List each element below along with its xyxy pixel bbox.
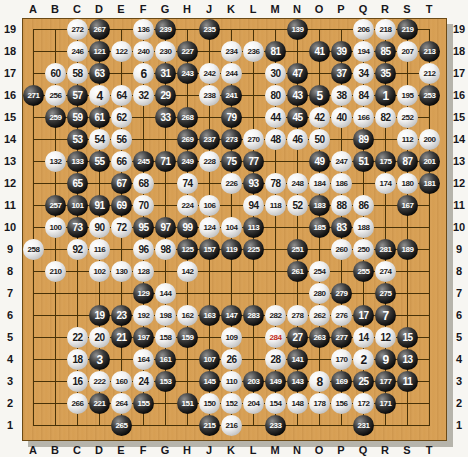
stone-F8: 128 [133, 261, 154, 282]
stone-M4: 28 [265, 349, 286, 370]
coord-label-left-19: 19 [4, 23, 16, 35]
stone-Q9: 250 [353, 239, 374, 260]
stone-S14: 112 [397, 129, 418, 150]
stone-F9: 96 [133, 239, 154, 260]
stone-R17: 35 [375, 63, 396, 84]
stone-L12: 93 [243, 173, 264, 194]
stone-R15: 82 [375, 107, 396, 128]
coord-label-left-12: 12 [4, 177, 16, 189]
stone-K6: 147 [221, 305, 242, 326]
coord-label-left-7: 7 [7, 287, 13, 299]
stone-S3: 11 [397, 371, 418, 392]
stone-J14: 237 [199, 129, 220, 150]
coord-label-bottom-B: B [51, 444, 59, 456]
stone-F5: 197 [133, 327, 154, 348]
stone-M12: 78 [265, 173, 286, 194]
stone-D17: 63 [89, 63, 110, 84]
coord-label-left-18: 18 [4, 45, 16, 57]
coord-label-right-4: 4 [456, 353, 462, 365]
stone-D11: 91 [89, 195, 110, 216]
stone-P9: 260 [331, 239, 352, 260]
stone-G9: 98 [155, 239, 176, 260]
stone-J3: 145 [199, 371, 220, 392]
stone-B8: 210 [45, 261, 66, 282]
stone-R3: 177 [375, 371, 396, 392]
stone-T14: 200 [419, 129, 440, 150]
stone-H2: 151 [177, 393, 198, 414]
coord-label-right-1: 1 [456, 419, 462, 431]
stone-C15: 59 [67, 107, 88, 128]
stone-H9: 125 [177, 239, 198, 260]
coord-label-right-12: 12 [453, 177, 465, 189]
stone-Q2: 172 [353, 393, 374, 414]
stone-G3: 153 [155, 371, 176, 392]
stone-M14: 48 [265, 129, 286, 150]
stone-H14: 269 [177, 129, 198, 150]
stone-B17: 60 [45, 63, 66, 84]
stone-P4: 170 [331, 349, 352, 370]
grid-line-h [33, 293, 430, 294]
stone-P7: 279 [331, 283, 352, 304]
stone-O10: 185 [309, 217, 330, 238]
stone-K2: 152 [221, 393, 242, 414]
coord-label-left-14: 14 [4, 133, 16, 145]
coord-label-left-11: 11 [4, 199, 16, 211]
coord-label-top-R: R [381, 3, 389, 15]
stone-F7: 129 [133, 283, 154, 304]
coord-label-bottom-T: T [426, 444, 433, 456]
stone-C18: 246 [67, 41, 88, 62]
coord-label-right-11: 11 [453, 199, 465, 211]
stone-S9: 189 [397, 239, 418, 260]
stone-Q11: 86 [353, 195, 374, 216]
stone-F13: 245 [133, 151, 154, 172]
stone-Q8: 255 [353, 261, 374, 282]
stone-D10: 90 [89, 217, 110, 238]
stone-D19: 267 [89, 19, 110, 40]
stone-Q10: 188 [353, 217, 374, 238]
stone-E1: 265 [111, 415, 132, 436]
stone-G5: 158 [155, 327, 176, 348]
stone-H18: 227 [177, 41, 198, 62]
stone-P11: 88 [331, 195, 352, 216]
coord-label-bottom-K: K [227, 444, 235, 456]
stone-O18: 41 [309, 41, 330, 62]
stone-O15: 42 [309, 107, 330, 128]
stone-K1: 216 [221, 415, 242, 436]
stone-H8: 142 [177, 261, 198, 282]
stone-D16: 4 [89, 85, 110, 106]
stone-J11: 106 [199, 195, 220, 216]
stone-D2: 221 [89, 393, 110, 414]
coord-label-right-9: 9 [456, 243, 462, 255]
stone-G6: 198 [155, 305, 176, 326]
coord-label-bottom-E: E [117, 444, 124, 456]
stone-B10: 100 [45, 217, 66, 238]
stone-J17: 242 [199, 63, 220, 84]
coord-label-bottom-A: A [29, 444, 37, 456]
stone-K9: 119 [221, 239, 242, 260]
stone-L6: 283 [243, 305, 264, 326]
stone-E5: 21 [111, 327, 132, 348]
stone-E8: 130 [111, 261, 132, 282]
coord-label-bottom-P: P [337, 444, 344, 456]
stone-M1: 233 [265, 415, 286, 436]
stone-L18: 236 [243, 41, 264, 62]
stone-K13: 75 [221, 151, 242, 172]
stone-C19: 272 [67, 19, 88, 40]
stone-R19: 218 [375, 19, 396, 40]
stone-K14: 273 [221, 129, 242, 150]
stone-O2: 178 [309, 393, 330, 414]
coord-label-left-10: 10 [4, 221, 16, 233]
stone-P12: 186 [331, 173, 352, 194]
coord-label-bottom-R: R [381, 444, 389, 456]
stone-Q4: 2 [353, 349, 374, 370]
stone-O16: 5 [309, 85, 330, 106]
coord-label-right-7: 7 [456, 287, 462, 299]
stone-N4: 141 [287, 349, 308, 370]
stone-E6: 23 [111, 305, 132, 326]
coord-label-right-3: 3 [456, 375, 462, 387]
stone-J4: 107 [199, 349, 220, 370]
stone-P10: 83 [331, 217, 352, 238]
stone-T13: 201 [419, 151, 440, 172]
stone-B16: 256 [45, 85, 66, 106]
stone-N15: 45 [287, 107, 308, 128]
stone-A9: 258 [23, 239, 44, 260]
stone-J10: 124 [199, 217, 220, 238]
stone-H10: 99 [177, 217, 198, 238]
stone-M16: 80 [265, 85, 286, 106]
stone-E13: 66 [111, 151, 132, 172]
stone-C17: 58 [67, 63, 88, 84]
coord-label-left-16: 16 [4, 89, 16, 101]
stone-P17: 37 [331, 63, 352, 84]
stone-K18: 234 [221, 41, 242, 62]
stone-K10: 104 [221, 217, 242, 238]
stone-Q17: 34 [353, 63, 374, 84]
coord-label-left-8: 8 [7, 265, 13, 277]
stone-B15: 259 [45, 107, 66, 128]
stone-F16: 32 [133, 85, 154, 106]
coord-label-bottom-H: H [183, 444, 191, 456]
stone-Q16: 84 [353, 85, 374, 106]
stone-O14: 50 [309, 129, 330, 150]
stone-N9: 251 [287, 239, 308, 260]
stone-Q6: 17 [353, 305, 374, 326]
stone-K15: 79 [221, 107, 242, 128]
coord-label-bottom-Q: Q [359, 444, 368, 456]
stone-E16: 64 [111, 85, 132, 106]
stone-K5: 109 [221, 327, 242, 348]
coord-label-bottom-N: N [293, 444, 301, 456]
coord-label-left-2: 2 [7, 397, 13, 409]
stone-N19: 139 [287, 19, 308, 40]
stone-R8: 274 [375, 261, 396, 282]
coord-label-right-5: 5 [456, 331, 462, 343]
stone-G18: 230 [155, 41, 176, 62]
coord-label-top-F: F [140, 3, 147, 15]
coord-label-top-G: G [161, 3, 170, 15]
stone-S15: 252 [397, 107, 418, 128]
stone-J9: 157 [199, 239, 220, 260]
stone-N16: 43 [287, 85, 308, 106]
stone-E2: 264 [111, 393, 132, 414]
coord-label-top-D: D [95, 3, 103, 15]
coord-label-bottom-D: D [95, 444, 103, 456]
coord-label-top-B: B [51, 3, 59, 15]
stone-E18: 122 [111, 41, 132, 62]
stone-K17: 244 [221, 63, 242, 84]
stone-P16: 38 [331, 85, 352, 106]
stone-O3: 8 [309, 371, 330, 392]
stone-P2: 156 [331, 393, 352, 414]
stone-F19: 136 [133, 19, 154, 40]
stone-C16: 57 [67, 85, 88, 106]
stone-Q14: 89 [353, 129, 374, 150]
stone-F17: 6 [133, 63, 154, 84]
coord-label-right-18: 18 [453, 45, 465, 57]
stone-F3: 24 [133, 371, 154, 392]
stone-E14: 56 [111, 129, 132, 150]
coord-label-right-14: 14 [453, 133, 465, 145]
coord-label-left-9: 9 [7, 243, 13, 255]
stone-R4: 9 [375, 349, 396, 370]
stone-K12: 226 [221, 173, 242, 194]
stone-F12: 68 [133, 173, 154, 194]
coord-label-left-6: 6 [7, 309, 13, 321]
stone-B11: 257 [45, 195, 66, 216]
stone-N2: 148 [287, 393, 308, 414]
stone-L10: 113 [243, 217, 264, 238]
coord-label-top-C: C [73, 3, 81, 15]
stone-D15: 61 [89, 107, 110, 128]
stone-G13: 71 [155, 151, 176, 172]
stone-D13: 55 [89, 151, 110, 172]
stone-R7: 275 [375, 283, 396, 304]
stone-M11: 118 [265, 195, 286, 216]
coord-label-top-E: E [117, 3, 124, 15]
stone-T18: 213 [419, 41, 440, 62]
coord-label-left-17: 17 [4, 67, 16, 79]
stone-C12: 65 [67, 173, 88, 194]
stone-C11: 101 [67, 195, 88, 216]
stone-M18: 81 [265, 41, 286, 62]
coord-label-bottom-C: C [73, 444, 81, 456]
stone-D3: 222 [89, 371, 110, 392]
stone-M6: 282 [265, 305, 286, 326]
stone-S19: 219 [397, 19, 418, 40]
coord-label-right-2: 2 [456, 397, 462, 409]
stone-L11: 94 [243, 195, 264, 216]
stone-F11: 70 [133, 195, 154, 216]
stone-L9: 225 [243, 239, 264, 260]
stone-T12: 181 [419, 173, 440, 194]
stone-Q15: 166 [353, 107, 374, 128]
stone-R5: 12 [375, 327, 396, 348]
coord-label-top-H: H [183, 3, 191, 15]
stone-T17: 212 [419, 63, 440, 84]
stone-C13: 133 [67, 151, 88, 172]
coord-label-right-13: 13 [453, 155, 465, 167]
stone-F2: 155 [133, 393, 154, 414]
coord-label-right-19: 19 [453, 23, 465, 35]
stone-S16: 195 [397, 85, 418, 106]
stone-S18: 207 [397, 41, 418, 62]
stone-T16: 253 [419, 85, 440, 106]
stone-J6: 163 [199, 305, 220, 326]
stone-D18: 121 [89, 41, 110, 62]
stone-E11: 69 [111, 195, 132, 216]
stone-H17: 243 [177, 63, 198, 84]
stone-L14: 270 [243, 129, 264, 150]
stone-H5: 159 [177, 327, 198, 348]
stone-Q19: 206 [353, 19, 374, 40]
stone-C2: 266 [67, 393, 88, 414]
stone-M3: 149 [265, 371, 286, 392]
stone-O13: 49 [309, 151, 330, 172]
stone-J13: 228 [199, 151, 220, 172]
coord-label-left-1: 1 [7, 419, 13, 431]
coord-label-right-15: 15 [453, 111, 465, 123]
stone-G7: 144 [155, 283, 176, 304]
stone-D5: 20 [89, 327, 110, 348]
coord-label-top-Q: Q [359, 3, 368, 15]
stone-S5: 15 [397, 327, 418, 348]
coord-label-top-S: S [403, 3, 410, 15]
coord-label-bottom-S: S [403, 444, 410, 456]
coord-label-right-17: 17 [453, 67, 465, 79]
stone-G15: 33 [155, 107, 176, 128]
stone-P15: 40 [331, 107, 352, 128]
stone-C4: 18 [67, 349, 88, 370]
coord-label-top-J: J [206, 3, 212, 15]
stone-S4: 13 [397, 349, 418, 370]
stone-G19: 239 [155, 19, 176, 40]
coord-label-top-T: T [426, 3, 433, 15]
stone-D6: 19 [89, 305, 110, 326]
stone-O5: 263 [309, 327, 330, 348]
coord-label-right-8: 8 [456, 265, 462, 277]
stone-N3: 143 [287, 371, 308, 392]
stone-Q3: 25 [353, 371, 374, 392]
coord-label-top-L: L [250, 3, 257, 15]
stone-E10: 72 [111, 217, 132, 238]
stone-J2: 150 [199, 393, 220, 414]
stone-H15: 268 [177, 107, 198, 128]
coord-label-top-M: M [270, 3, 279, 15]
coord-label-top-P: P [337, 3, 344, 15]
stone-M2: 154 [265, 393, 286, 414]
stone-J19: 235 [199, 19, 220, 40]
coord-label-bottom-J: J [206, 444, 212, 456]
stone-F18: 240 [133, 41, 154, 62]
stone-R18: 85 [375, 41, 396, 62]
stone-R9: 281 [375, 239, 396, 260]
stone-R13: 175 [375, 151, 396, 172]
stone-O6: 262 [309, 305, 330, 326]
stone-Q13: 51 [353, 151, 374, 172]
coord-label-top-K: K [227, 3, 235, 15]
coord-label-bottom-F: F [140, 444, 147, 456]
stone-H6: 162 [177, 305, 198, 326]
stone-G4: 161 [155, 349, 176, 370]
stone-D9: 116 [89, 239, 110, 260]
stone-N17: 47 [287, 63, 308, 84]
stone-E12: 67 [111, 173, 132, 194]
stone-Q5: 14 [353, 327, 374, 348]
stone-R16: 1 [375, 85, 396, 106]
stone-N12: 248 [287, 173, 308, 194]
coord-label-top-N: N [293, 3, 301, 15]
stone-H13: 249 [177, 151, 198, 172]
stone-L13: 77 [243, 151, 264, 172]
stone-A16: 271 [23, 85, 44, 106]
coord-label-left-15: 15 [4, 111, 16, 123]
stone-E3: 160 [111, 371, 132, 392]
stone-F4: 164 [133, 349, 154, 370]
stone-O8: 254 [309, 261, 330, 282]
stone-G16: 29 [155, 85, 176, 106]
stone-F6: 192 [133, 305, 154, 326]
stone-D14: 54 [89, 129, 110, 150]
stone-C10: 73 [67, 217, 88, 238]
stone-E15: 62 [111, 107, 132, 128]
stone-C9: 92 [67, 239, 88, 260]
stone-N6: 278 [287, 305, 308, 326]
stone-C3: 16 [67, 371, 88, 392]
stone-L3: 203 [243, 371, 264, 392]
stone-N8: 261 [287, 261, 308, 282]
stone-Q1: 231 [353, 415, 374, 436]
stone-D4: 3 [89, 349, 110, 370]
stone-C14: 53 [67, 129, 88, 150]
stone-P18: 39 [331, 41, 352, 62]
stone-M17: 30 [265, 63, 286, 84]
stone-M15: 44 [265, 107, 286, 128]
stone-C5: 22 [67, 327, 88, 348]
stone-S11: 167 [397, 195, 418, 216]
stone-G17: 31 [155, 63, 176, 84]
stone-P3: 169 [331, 371, 352, 392]
stone-R6: 7 [375, 305, 396, 326]
stone-H12: 74 [177, 173, 198, 194]
stone-L2: 204 [243, 393, 264, 414]
coord-label-right-16: 16 [453, 89, 465, 101]
coord-label-top-A: A [29, 3, 37, 15]
stone-N5: 27 [287, 327, 308, 348]
stone-N14: 46 [287, 129, 308, 150]
stone-O7: 280 [309, 283, 330, 304]
coord-label-right-6: 6 [456, 309, 462, 321]
stone-G10: 97 [155, 217, 176, 238]
kifu-page: AABBCCDDEEFFGGHHJJKKLLMMNNOOPPQQRRSSTT19… [0, 0, 468, 457]
stone-M5: 284 [265, 327, 286, 348]
stone-P13: 247 [331, 151, 352, 172]
coord-label-bottom-L: L [250, 444, 257, 456]
stone-B13: 132 [45, 151, 66, 172]
coord-label-bottom-G: G [161, 444, 170, 456]
coord-label-right-10: 10 [453, 221, 465, 233]
coord-label-left-13: 13 [4, 155, 16, 167]
stone-J16: 238 [199, 85, 220, 106]
coord-label-left-4: 4 [7, 353, 13, 365]
stone-J1: 215 [199, 415, 220, 436]
stone-R2: 171 [375, 393, 396, 414]
stone-H11: 224 [177, 195, 198, 216]
stone-P6: 276 [331, 305, 352, 326]
